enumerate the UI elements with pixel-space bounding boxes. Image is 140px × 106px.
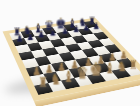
piece-white-knight-b1[interactable]: ♞ — [51, 73, 61, 87]
piece-white-queen-d1[interactable]: ♛ — [76, 65, 88, 81]
piece-black-pawn-e7[interactable]: ♟ — [62, 27, 69, 36]
piece-white-bishop-c1[interactable]: ♝ — [63, 69, 74, 84]
piece-black-pawn-b7[interactable]: ♟ — [27, 32, 34, 42]
photo-scene: ♜♞♝♛♚♝♞♜♟♟♟♟♟♟♟♟♟♟♟♟♟♟♟♟♜♞♝♛♚♝♞♜ — [0, 0, 140, 106]
piece-black-pawn-h7[interactable]: ♟ — [93, 22, 100, 31]
piece-white-rook-a1[interactable]: ♜ — [38, 76, 47, 89]
piece-white-king-e1[interactable]: ♚ — [90, 61, 103, 79]
piece-white-knight-g1[interactable]: ♞ — [117, 60, 127, 73]
piece-black-pawn-d7[interactable]: ♟ — [49, 29, 56, 38]
piece-white-rook-h1[interactable]: ♜ — [129, 59, 138, 71]
piece-white-bishop-f1[interactable]: ♝ — [105, 62, 115, 76]
piece-black-pawn-g7[interactable]: ♟ — [83, 23, 90, 32]
piece-black-pawn-f7[interactable]: ♟ — [73, 25, 80, 34]
piece-black-pawn-c7[interactable]: ♟ — [38, 30, 45, 39]
piece-black-pawn-a7[interactable]: ♟ — [16, 34, 23, 44]
